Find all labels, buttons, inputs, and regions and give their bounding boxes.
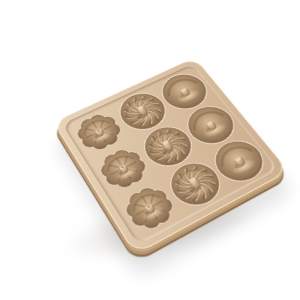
photo-background <box>0 0 300 300</box>
